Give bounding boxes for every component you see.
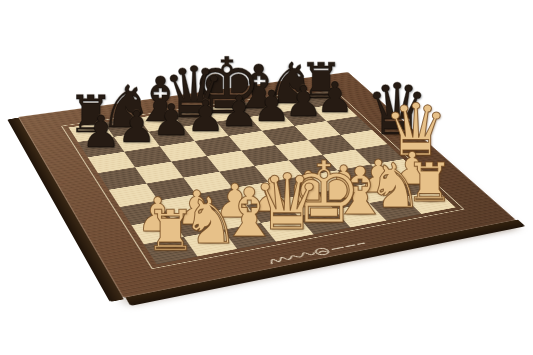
chess-set-product-photo: ♜♞♝♛♚♝♞♜♟♟♟♟♟♟♟♟♟♟♟♟♟♟♟♟♜♞♝♛♚♝♞♜♛♛ [0, 0, 533, 355]
chess-board [18, 72, 516, 298]
